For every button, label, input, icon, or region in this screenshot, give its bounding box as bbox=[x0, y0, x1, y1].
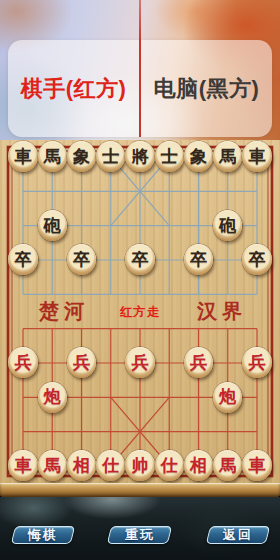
piece-red[interactable]: 相 bbox=[67, 450, 96, 481]
board-point[interactable] bbox=[67, 277, 96, 311]
piece-red[interactable]: 兵 bbox=[184, 347, 213, 378]
board-point[interactable]: 馬 bbox=[38, 449, 67, 483]
piece-red[interactable]: 仕 bbox=[155, 450, 184, 481]
board-point[interactable] bbox=[155, 380, 184, 414]
piece-black[interactable]: 卒 bbox=[8, 244, 37, 275]
board-point[interactable] bbox=[67, 208, 96, 242]
piece-black[interactable]: 象 bbox=[184, 141, 213, 172]
board-point[interactable] bbox=[125, 174, 154, 208]
piece-black[interactable]: 卒 bbox=[242, 244, 271, 275]
piece-red[interactable]: 仕 bbox=[96, 450, 125, 481]
board-point[interactable] bbox=[242, 414, 271, 448]
board-point[interactable]: 卒 bbox=[67, 243, 96, 277]
back-button[interactable]: 返回 bbox=[206, 526, 270, 544]
board-point[interactable] bbox=[242, 174, 271, 208]
board: 楚河 红方走 汉界 車馬象士將士象馬車砲砲卒卒卒卒卒兵兵兵兵兵炮炮車馬相仕帅仕相… bbox=[0, 140, 280, 497]
board-point[interactable] bbox=[125, 311, 154, 345]
board-point[interactable]: 帅 bbox=[125, 449, 154, 483]
board-point[interactable] bbox=[184, 311, 213, 345]
piece-grid[interactable]: 車馬象士將士象馬車砲砲卒卒卒卒卒兵兵兵兵兵炮炮車馬相仕帅仕相馬車 bbox=[8, 140, 271, 483]
board-point[interactable] bbox=[155, 414, 184, 448]
piece-black[interactable]: 象 bbox=[67, 141, 96, 172]
board-point[interactable] bbox=[8, 277, 37, 311]
board-point[interactable]: 馬 bbox=[213, 140, 242, 174]
board-point[interactable] bbox=[155, 174, 184, 208]
board-point[interactable] bbox=[242, 208, 271, 242]
board-point[interactable]: 將 bbox=[125, 140, 154, 174]
piece-black[interactable]: 車 bbox=[242, 141, 271, 172]
board-point[interactable] bbox=[8, 208, 37, 242]
board-point[interactable] bbox=[213, 174, 242, 208]
board-point[interactable]: 仕 bbox=[96, 449, 125, 483]
board-point[interactable]: 卒 bbox=[8, 243, 37, 277]
board-point[interactable] bbox=[38, 243, 67, 277]
board-point[interactable] bbox=[67, 174, 96, 208]
piece-red[interactable]: 兵 bbox=[8, 347, 37, 378]
board-point[interactable]: 相 bbox=[67, 449, 96, 483]
board-point[interactable] bbox=[38, 277, 67, 311]
piece-black[interactable]: 砲 bbox=[213, 210, 242, 241]
replay-button-label: 重玩 bbox=[125, 526, 155, 544]
board-point[interactable] bbox=[155, 277, 184, 311]
piece-red[interactable]: 馬 bbox=[213, 450, 242, 481]
board-point[interactable] bbox=[125, 208, 154, 242]
replay-button[interactable]: 重玩 bbox=[107, 526, 172, 544]
board-point[interactable]: 兵 bbox=[125, 346, 154, 380]
board-point[interactable] bbox=[125, 277, 154, 311]
board-point[interactable]: 車 bbox=[8, 140, 37, 174]
piece-black[interactable]: 士 bbox=[155, 141, 184, 172]
board-point[interactable] bbox=[155, 208, 184, 242]
piece-black[interactable]: 馬 bbox=[38, 141, 67, 172]
board-point[interactable]: 相 bbox=[184, 449, 213, 483]
piece-red[interactable]: 帅 bbox=[125, 450, 154, 481]
board-point[interactable] bbox=[96, 380, 125, 414]
board-point[interactable] bbox=[184, 277, 213, 311]
board-point[interactable]: 炮 bbox=[213, 380, 242, 414]
board-point[interactable] bbox=[67, 380, 96, 414]
piece-black[interactable]: 砲 bbox=[38, 210, 67, 241]
board-point[interactable] bbox=[96, 208, 125, 242]
piece-red[interactable]: 車 bbox=[8, 450, 37, 481]
board-point[interactable]: 車 bbox=[242, 140, 271, 174]
board-point[interactable] bbox=[8, 380, 37, 414]
board-point[interactable] bbox=[184, 174, 213, 208]
header: 棋手(红方) 电脑(黑方) bbox=[0, 0, 280, 140]
board-point[interactable] bbox=[96, 414, 125, 448]
piece-black[interactable]: 士 bbox=[96, 141, 125, 172]
board-point[interactable]: 砲 bbox=[38, 208, 67, 242]
board-point[interactable]: 兵 bbox=[8, 346, 37, 380]
piece-black[interactable]: 卒 bbox=[67, 244, 96, 275]
board-point[interactable] bbox=[155, 311, 184, 345]
board-point[interactable] bbox=[8, 311, 37, 345]
board-point[interactable] bbox=[8, 174, 37, 208]
bottom-bar: 悔棋 重玩 返回 bbox=[0, 497, 280, 560]
board-point[interactable] bbox=[213, 243, 242, 277]
board-point[interactable]: 士 bbox=[96, 140, 125, 174]
board-point[interactable]: 仕 bbox=[155, 449, 184, 483]
board-point[interactable]: 兵 bbox=[184, 346, 213, 380]
board-point[interactable]: 卒 bbox=[242, 243, 271, 277]
board-point[interactable] bbox=[242, 277, 271, 311]
board-point[interactable]: 車 bbox=[8, 449, 37, 483]
board-point[interactable] bbox=[38, 346, 67, 380]
board-point[interactable] bbox=[242, 380, 271, 414]
piece-black[interactable]: 馬 bbox=[213, 141, 242, 172]
piece-black[interactable]: 車 bbox=[8, 141, 37, 172]
board-point[interactable]: 砲 bbox=[213, 208, 242, 242]
board-point[interactable]: 車 bbox=[242, 449, 271, 483]
board-point[interactable] bbox=[38, 311, 67, 345]
board-point[interactable] bbox=[242, 311, 271, 345]
board-point[interactable] bbox=[8, 414, 37, 448]
board-point[interactable] bbox=[213, 311, 242, 345]
piece-black[interactable]: 將 bbox=[125, 141, 154, 172]
piece-red[interactable]: 馬 bbox=[38, 450, 67, 481]
piece-red[interactable]: 兵 bbox=[67, 347, 96, 378]
undo-button-label: 悔棋 bbox=[28, 526, 58, 544]
board-point[interactable] bbox=[96, 243, 125, 277]
board-point[interactable] bbox=[184, 414, 213, 448]
undo-button[interactable]: 悔棋 bbox=[11, 526, 75, 544]
board-point[interactable]: 馬 bbox=[213, 449, 242, 483]
piece-red[interactable]: 炮 bbox=[38, 382, 67, 413]
board-point[interactable] bbox=[67, 311, 96, 345]
piece-red[interactable]: 炮 bbox=[213, 382, 242, 413]
board-point[interactable]: 象 bbox=[67, 140, 96, 174]
board-point[interactable] bbox=[96, 346, 125, 380]
board-point[interactable] bbox=[213, 346, 242, 380]
piece-red[interactable]: 車 bbox=[242, 450, 271, 481]
board-point[interactable]: 兵 bbox=[67, 346, 96, 380]
board-point[interactable] bbox=[155, 346, 184, 380]
board-point[interactable] bbox=[184, 208, 213, 242]
piece-black[interactable]: 卒 bbox=[125, 244, 154, 275]
back-button-label: 返回 bbox=[223, 526, 253, 544]
board-point[interactable]: 象 bbox=[184, 140, 213, 174]
board-point[interactable] bbox=[184, 380, 213, 414]
board-point[interactable]: 卒 bbox=[184, 243, 213, 277]
xiangqi-app: 棋手(红方) 电脑(黑方) 楚河 红方走 汉界 車馬象士將士象馬車砲砲卒卒卒卒卒… bbox=[0, 0, 280, 560]
board-point[interactable]: 炮 bbox=[38, 380, 67, 414]
board-point[interactable] bbox=[96, 311, 125, 345]
board-point[interactable] bbox=[38, 174, 67, 208]
board-point[interactable] bbox=[96, 277, 125, 311]
board-point[interactable]: 士 bbox=[155, 140, 184, 174]
board-point[interactable] bbox=[213, 414, 242, 448]
piece-black[interactable]: 卒 bbox=[184, 244, 213, 275]
board-point[interactable]: 兵 bbox=[242, 346, 271, 380]
board-point[interactable] bbox=[38, 414, 67, 448]
board-point[interactable] bbox=[125, 414, 154, 448]
board-point[interactable] bbox=[67, 414, 96, 448]
board-point[interactable] bbox=[96, 174, 125, 208]
player-red-label: 棋手(红方) bbox=[8, 40, 139, 137]
board-point[interactable]: 卒 bbox=[125, 243, 154, 277]
piece-red[interactable]: 兵 bbox=[242, 347, 271, 378]
board-point[interactable] bbox=[213, 277, 242, 311]
player-black-label: 电脑(黑方) bbox=[141, 40, 272, 137]
board-point[interactable] bbox=[155, 243, 184, 277]
piece-red[interactable]: 兵 bbox=[125, 347, 154, 378]
board-point[interactable]: 馬 bbox=[38, 140, 67, 174]
board-point[interactable] bbox=[125, 380, 154, 414]
piece-red[interactable]: 相 bbox=[184, 450, 213, 481]
board-front-edge bbox=[0, 483, 280, 497]
